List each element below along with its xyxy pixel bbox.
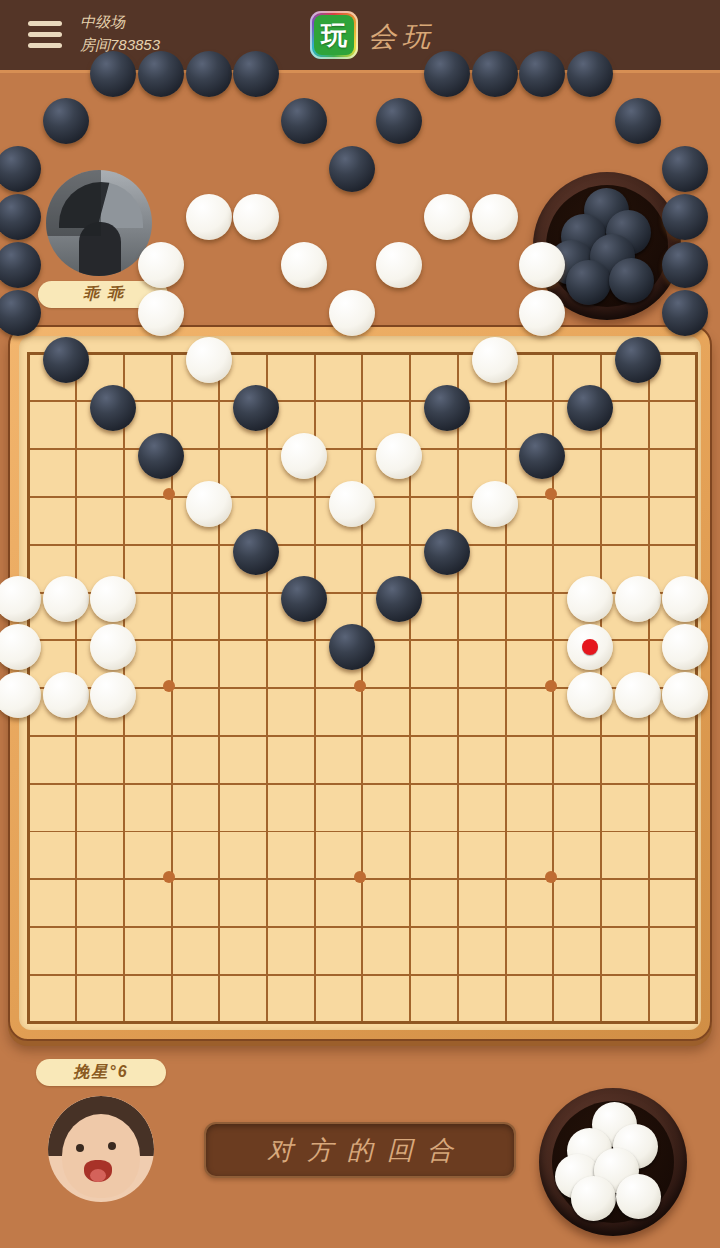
board-cell[interactable]: [423, 432, 471, 480]
board-cell[interactable]: ●: [471, 193, 519, 241]
board-cell[interactable]: [376, 337, 424, 385]
board-cell[interactable]: ●: [185, 480, 233, 528]
board-cell[interactable]: [280, 623, 328, 671]
board-cell[interactable]: [42, 528, 90, 576]
board-cell[interactable]: ●: [0, 289, 42, 337]
black-stone: ●: [615, 337, 661, 383]
board-cell[interactable]: [89, 98, 137, 146]
board-cell[interactable]: [185, 241, 233, 289]
board-cell[interactable]: ●: [662, 671, 710, 719]
board-cell[interactable]: [614, 50, 662, 98]
board-cell[interactable]: [185, 432, 233, 480]
board-cell[interactable]: [137, 193, 185, 241]
board-cell[interactable]: ●: [423, 193, 471, 241]
white-stone: ●: [186, 337, 232, 383]
board-cell[interactable]: [423, 98, 471, 146]
board-cell[interactable]: ●: [137, 289, 185, 337]
board-cell[interactable]: ●: [519, 241, 567, 289]
board-cell[interactable]: ●: [185, 337, 233, 385]
board-cell[interactable]: [423, 289, 471, 337]
board-cell[interactable]: [423, 576, 471, 624]
board-cell[interactable]: [423, 623, 471, 671]
board-cell[interactable]: [614, 623, 662, 671]
board-cell[interactable]: ●: [376, 241, 424, 289]
board-cell[interactable]: [137, 384, 185, 432]
board-cell[interactable]: ●: [662, 241, 710, 289]
board-cell[interactable]: [566, 337, 614, 385]
white-stone: ●: [281, 433, 327, 479]
board-cell[interactable]: [0, 50, 42, 98]
board-cell[interactable]: [471, 241, 519, 289]
board-cell[interactable]: [376, 50, 424, 98]
board-cell[interactable]: ●: [614, 671, 662, 719]
white-stone: ●: [519, 290, 565, 336]
black-stone: ●: [0, 146, 41, 192]
board-cell[interactable]: ●: [471, 337, 519, 385]
white-stone: ●: [472, 337, 518, 383]
board-cell[interactable]: [566, 241, 614, 289]
board-cell[interactable]: [662, 2, 710, 50]
white-bowl-stone: ●: [571, 1176, 616, 1221]
board-cell[interactable]: [137, 528, 185, 576]
board-cell[interactable]: [614, 289, 662, 337]
board-cell[interactable]: [89, 145, 137, 193]
board-cell[interactable]: [232, 576, 280, 624]
board-cell[interactable]: [137, 623, 185, 671]
board-cell[interactable]: [376, 289, 424, 337]
board-cell[interactable]: [328, 193, 376, 241]
white-stone: ●: [567, 672, 613, 718]
board-cell[interactable]: [614, 384, 662, 432]
board-cell[interactable]: ●: [519, 432, 567, 480]
board-cell[interactable]: [0, 432, 42, 480]
board-cell[interactable]: [232, 241, 280, 289]
board-cell[interactable]: ●: [662, 145, 710, 193]
board-cell[interactable]: [519, 576, 567, 624]
board-cell[interactable]: ●: [0, 671, 42, 719]
board-cell[interactable]: ●: [376, 98, 424, 146]
board-cell[interactable]: [328, 528, 376, 576]
board-cell[interactable]: [423, 2, 471, 50]
board-cell[interactable]: [566, 145, 614, 193]
board-cell[interactable]: [519, 145, 567, 193]
black-stone: ●: [281, 576, 327, 622]
board-cell[interactable]: ●: [42, 576, 90, 624]
board-cell[interactable]: [423, 337, 471, 385]
board-cell[interactable]: [185, 671, 233, 719]
white-stone: ●: [90, 672, 136, 718]
board-cell[interactable]: [232, 623, 280, 671]
board-cell[interactable]: [280, 50, 328, 98]
board-cell[interactable]: [280, 2, 328, 50]
board-cell[interactable]: [0, 337, 42, 385]
black-stone: ●: [424, 51, 470, 97]
white-stone: ●: [281, 242, 327, 288]
black-stone: ●: [233, 385, 279, 431]
board-cell[interactable]: ●: [89, 50, 137, 98]
board-cell[interactable]: ●: [614, 576, 662, 624]
black-stone: ●: [376, 576, 422, 622]
board-cell[interactable]: [471, 432, 519, 480]
board-cell[interactable]: ●: [280, 432, 328, 480]
white-stone: ●: [662, 624, 708, 670]
board-cell[interactable]: ●: [662, 623, 710, 671]
board-cell[interactable]: [137, 98, 185, 146]
board-cell[interactable]: [566, 432, 614, 480]
board-cell[interactable]: [376, 193, 424, 241]
board-cell[interactable]: [614, 432, 662, 480]
white-stone: ●: [376, 242, 422, 288]
board-cell[interactable]: [42, 2, 90, 50]
board-cell[interactable]: [232, 337, 280, 385]
board-cell[interactable]: [471, 671, 519, 719]
board-cell[interactable]: ●: [280, 576, 328, 624]
board-cell[interactable]: [42, 289, 90, 337]
board-cell[interactable]: [280, 145, 328, 193]
black-stone: ●: [43, 98, 89, 144]
board-cell[interactable]: [232, 671, 280, 719]
board-cell[interactable]: ●: [566, 576, 614, 624]
board-cell[interactable]: [376, 145, 424, 193]
board-cell[interactable]: [376, 671, 424, 719]
board-cell[interactable]: ●: [137, 241, 185, 289]
board-cell[interactable]: [42, 480, 90, 528]
board-cell[interactable]: ●: [232, 50, 280, 98]
black-stone: ●: [329, 146, 375, 192]
board-cell[interactable]: [0, 2, 42, 50]
board-cell[interactable]: [376, 623, 424, 671]
board-cell[interactable]: [89, 289, 137, 337]
black-stone: ●: [662, 146, 708, 192]
board-cell[interactable]: [328, 50, 376, 98]
white-stone: ●: [662, 576, 708, 622]
board-cell[interactable]: [232, 2, 280, 50]
board-cell[interactable]: ●: [0, 241, 42, 289]
board-cell[interactable]: [232, 145, 280, 193]
board-cell[interactable]: ●: [423, 384, 471, 432]
board-cell[interactable]: [232, 432, 280, 480]
board-grid: ●●●●●●●●●●●●●●●●●●●●●●●●●●●●●●●●●●●●●●●●…: [0, 2, 709, 719]
black-stone: ●: [43, 337, 89, 383]
board-cell[interactable]: [42, 50, 90, 98]
white-stone: ●: [472, 481, 518, 527]
white-stone: ●: [662, 672, 708, 718]
white-stone: ●: [186, 481, 232, 527]
board-cell[interactable]: [376, 384, 424, 432]
board-cell[interactable]: [232, 98, 280, 146]
board-cell[interactable]: [280, 528, 328, 576]
board-cell[interactable]: ●: [0, 145, 42, 193]
board-cell[interactable]: [232, 289, 280, 337]
white-stone: ●: [0, 672, 41, 718]
player-avatar[interactable]: [48, 1096, 154, 1202]
board-cell[interactable]: [328, 384, 376, 432]
board-cell[interactable]: ●: [185, 50, 233, 98]
board-cell[interactable]: ●: [566, 623, 614, 671]
board-cell[interactable]: [471, 145, 519, 193]
board-cell[interactable]: [566, 193, 614, 241]
board-cell[interactable]: [328, 241, 376, 289]
board-cell[interactable]: [614, 528, 662, 576]
white-stone: ●: [472, 194, 518, 240]
board-cell[interactable]: [42, 623, 90, 671]
board-cell[interactable]: [471, 576, 519, 624]
black-stone: ●: [424, 529, 470, 575]
board-cell[interactable]: ●: [42, 98, 90, 146]
board-cell[interactable]: ●: [566, 384, 614, 432]
board-cell[interactable]: [566, 528, 614, 576]
white-stone-bowl: ●●●●●●●: [539, 1088, 687, 1236]
board-cell[interactable]: [376, 2, 424, 50]
board-cell[interactable]: [519, 193, 567, 241]
board-cell[interactable]: ●: [280, 98, 328, 146]
white-stone: ●: [90, 576, 136, 622]
board-cell[interactable]: ●: [328, 480, 376, 528]
white-stone: ●: [329, 290, 375, 336]
board-cell[interactable]: [662, 50, 710, 98]
board-cell[interactable]: ●: [89, 576, 137, 624]
black-stone: ●: [281, 98, 327, 144]
board-cell[interactable]: [185, 289, 233, 337]
board-cell[interactable]: [519, 480, 567, 528]
board-cell[interactable]: [471, 289, 519, 337]
white-stone: ●: [0, 624, 41, 670]
board-cell[interactable]: ●: [614, 337, 662, 385]
white-stone: ●: [138, 290, 184, 336]
board-cell[interactable]: [566, 2, 614, 50]
board-cell[interactable]: [42, 432, 90, 480]
white-stone: ●: [43, 576, 89, 622]
black-stone: ●: [186, 51, 232, 97]
board-cell[interactable]: [42, 193, 90, 241]
board-cell[interactable]: [0, 480, 42, 528]
black-stone: ●: [90, 51, 136, 97]
black-stone: ●: [519, 51, 565, 97]
board-cell[interactable]: [423, 145, 471, 193]
board-cell[interactable]: ●: [423, 50, 471, 98]
board-cell[interactable]: ●: [328, 289, 376, 337]
black-stone: ●: [567, 51, 613, 97]
board-cell[interactable]: [519, 528, 567, 576]
black-stone: ●: [0, 242, 41, 288]
board-cell[interactable]: [137, 480, 185, 528]
board-cell[interactable]: ●: [471, 480, 519, 528]
star-point: [545, 871, 557, 883]
board-cell[interactable]: [519, 384, 567, 432]
board-cell[interactable]: ●: [328, 623, 376, 671]
board-cell[interactable]: [519, 671, 567, 719]
board-cell[interactable]: [519, 98, 567, 146]
board-cell[interactable]: [662, 528, 710, 576]
black-stone: ●: [0, 290, 41, 336]
board-cell[interactable]: ●: [89, 671, 137, 719]
board-cell[interactable]: [519, 623, 567, 671]
board-cell[interactable]: [614, 2, 662, 50]
black-stone: ●: [0, 194, 41, 240]
board-cell[interactable]: [42, 241, 90, 289]
board-cell[interactable]: [42, 384, 90, 432]
board-cell[interactable]: [89, 241, 137, 289]
board-cell[interactable]: [89, 528, 137, 576]
white-stone: ●: [90, 624, 136, 670]
board-cell[interactable]: [137, 337, 185, 385]
board-cell[interactable]: [0, 528, 42, 576]
board-cell[interactable]: ●: [232, 384, 280, 432]
board-cell[interactable]: [328, 576, 376, 624]
board-cell[interactable]: ●: [0, 193, 42, 241]
board-cell[interactable]: [662, 432, 710, 480]
board-cell[interactable]: ●: [566, 671, 614, 719]
board-cell[interactable]: [566, 289, 614, 337]
white-bowl-stone: ●: [616, 1174, 661, 1219]
star-point: [354, 871, 366, 883]
board-cell[interactable]: ●: [662, 289, 710, 337]
board-cell[interactable]: ●: [614, 98, 662, 146]
board-cell[interactable]: [89, 337, 137, 385]
black-stone: ●: [662, 194, 708, 240]
board-cell[interactable]: [280, 289, 328, 337]
black-stone: ●: [567, 385, 613, 431]
board-cell[interactable]: [614, 193, 662, 241]
board-cell[interactable]: [232, 480, 280, 528]
black-stone: ●: [138, 51, 184, 97]
board-cell[interactable]: [137, 576, 185, 624]
board-cell[interactable]: ●: [566, 50, 614, 98]
board-cell[interactable]: ●: [0, 623, 42, 671]
board-cell[interactable]: [89, 480, 137, 528]
board-cell[interactable]: ●: [519, 289, 567, 337]
board-cell[interactable]: [280, 384, 328, 432]
board-cell[interactable]: ●: [137, 432, 185, 480]
board-cell[interactable]: [0, 98, 42, 146]
white-stone: ●: [233, 194, 279, 240]
board-cell[interactable]: [614, 145, 662, 193]
board-cell[interactable]: ●: [519, 50, 567, 98]
board-cell[interactable]: [519, 337, 567, 385]
black-stone: ●: [138, 433, 184, 479]
board-cell[interactable]: ●: [471, 50, 519, 98]
board-cell[interactable]: ●: [376, 576, 424, 624]
board-cell[interactable]: [376, 528, 424, 576]
board-cell[interactable]: [471, 2, 519, 50]
white-stone: ●: [0, 576, 41, 622]
black-stone: ●: [233, 529, 279, 575]
board-cell[interactable]: [662, 480, 710, 528]
white-stone: ●: [567, 576, 613, 622]
black-stone: ●: [662, 290, 708, 336]
board-cell[interactable]: [185, 528, 233, 576]
turn-status-banner: 对方的回合: [204, 1122, 516, 1178]
board-cell[interactable]: ●: [376, 432, 424, 480]
board-cell[interactable]: [662, 384, 710, 432]
white-stone: ●: [615, 576, 661, 622]
board-cell[interactable]: [89, 432, 137, 480]
board-cell[interactable]: [471, 384, 519, 432]
board-cell[interactable]: [328, 98, 376, 146]
black-stone: ●: [662, 242, 708, 288]
board-cell[interactable]: [137, 671, 185, 719]
board-cell[interactable]: ●: [137, 50, 185, 98]
board-cell[interactable]: ●: [0, 576, 42, 624]
white-stone: ●: [329, 481, 375, 527]
black-stone: ●: [329, 624, 375, 670]
board-cell[interactable]: [137, 2, 185, 50]
star-point: [163, 871, 175, 883]
board-cell[interactable]: [423, 671, 471, 719]
board-cell[interactable]: ●: [662, 576, 710, 624]
board-cell[interactable]: [280, 480, 328, 528]
board-cell[interactable]: [614, 480, 662, 528]
board-cell[interactable]: [280, 193, 328, 241]
board-cell[interactable]: [471, 98, 519, 146]
board-cell[interactable]: [185, 576, 233, 624]
board-cell[interactable]: [89, 2, 137, 50]
board-cell[interactable]: ●: [89, 384, 137, 432]
board-cell[interactable]: [89, 193, 137, 241]
board-cell[interactable]: [185, 2, 233, 50]
board-cell[interactable]: [471, 623, 519, 671]
board-cell[interactable]: ●: [89, 623, 137, 671]
game-screen: 中级场 房间783853 玩 会玩 乖乖 ●●●●●●● ●●●●●●●●●●●…: [0, 0, 720, 1248]
white-stone: ●: [615, 672, 661, 718]
white-stone: ●: [424, 194, 470, 240]
board-cell[interactable]: ●: [232, 528, 280, 576]
board-cell[interactable]: [471, 528, 519, 576]
black-stone: ●: [90, 385, 136, 431]
board-cell[interactable]: [185, 623, 233, 671]
board-cell[interactable]: [614, 241, 662, 289]
white-stone: ●: [43, 672, 89, 718]
board-cell[interactable]: ●: [280, 241, 328, 289]
board-cell[interactable]: [423, 241, 471, 289]
board-cell[interactable]: [185, 384, 233, 432]
board-cell[interactable]: [42, 145, 90, 193]
board-cell[interactable]: [662, 337, 710, 385]
board-cell[interactable]: [566, 98, 614, 146]
board-cell[interactable]: [328, 337, 376, 385]
board-cell[interactable]: [0, 384, 42, 432]
white-stone: ●: [519, 242, 565, 288]
board-cell[interactable]: ●: [185, 193, 233, 241]
white-stone: ●: [376, 433, 422, 479]
board-cell[interactable]: [328, 2, 376, 50]
white-stone: ●: [186, 194, 232, 240]
black-stone: ●: [424, 385, 470, 431]
board-cell[interactable]: [137, 145, 185, 193]
black-stone: ●: [615, 98, 661, 144]
board-cell[interactable]: [662, 98, 710, 146]
board-cell[interactable]: ●: [662, 193, 710, 241]
board-cell[interactable]: ●: [42, 671, 90, 719]
board-cell[interactable]: ●: [232, 193, 280, 241]
board-cell[interactable]: [185, 145, 233, 193]
board-cell[interactable]: [423, 480, 471, 528]
black-stone: ●: [376, 98, 422, 144]
board-cell[interactable]: [185, 98, 233, 146]
black-stone: ●: [233, 51, 279, 97]
board-cell[interactable]: ●: [42, 337, 90, 385]
board-cell[interactable]: [280, 671, 328, 719]
board-cell[interactable]: [566, 480, 614, 528]
black-stone: ●: [472, 51, 518, 97]
board-cell[interactable]: [376, 480, 424, 528]
board-cell[interactable]: ●: [423, 528, 471, 576]
board-cell[interactable]: [280, 337, 328, 385]
board-cell[interactable]: ●: [328, 145, 376, 193]
board-cell[interactable]: [519, 2, 567, 50]
board-cell[interactable]: [328, 671, 376, 719]
board-cell[interactable]: [328, 432, 376, 480]
